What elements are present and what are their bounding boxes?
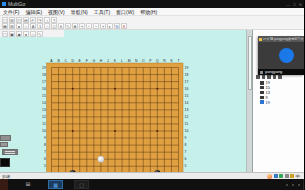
coord-number-right: 11: [185, 122, 189, 126]
coord-number-left: 10: [42, 129, 46, 133]
coord-number-left: 19: [42, 66, 46, 70]
half-stone-icon[interactable]: ◐: [107, 23, 113, 29]
coord-letter-top: G: [93, 59, 96, 63]
coord-letter-top: S: [170, 59, 173, 63]
menu-item-6[interactable]: 帮助(H): [137, 8, 160, 16]
coord-number-right: 13: [185, 108, 189, 112]
board-wood: [47, 63, 184, 172]
diamond2-icon[interactable]: ◇: [30, 31, 36, 37]
coord-number-right: 16: [185, 87, 189, 91]
tray-icon-grey[interactable]: [285, 174, 289, 178]
coord-number-left: 15: [42, 94, 46, 98]
coord-number-right: 14: [185, 101, 189, 105]
diamond-icon[interactable]: ◆: [16, 31, 22, 37]
cross-mark-icon[interactable]: ✕: [58, 23, 64, 29]
player-icon: [260, 71, 263, 74]
coord-number-right: 15: [185, 94, 189, 98]
floating-window-2[interactable]: [0, 142, 8, 147]
coord-number-right: 7: [185, 150, 187, 154]
star-point: [114, 130, 116, 132]
floating-window-4[interactable]: [0, 158, 10, 167]
board-area: AA1919BB1818CC1717DD1616EE1515FF1414GG13…: [0, 30, 246, 172]
coord-number-left: 18: [42, 73, 46, 77]
help-icon[interactable]: ?: [51, 17, 57, 23]
panel-icon[interactable]: ▢: [2, 31, 8, 37]
menu-item-1[interactable]: 编辑(E): [22, 8, 45, 16]
tree-item-icon: [260, 86, 264, 90]
label-a-icon[interactable]: A: [30, 23, 36, 29]
letter-n-icon[interactable]: N: [114, 23, 120, 29]
coord-letter-top: O: [142, 59, 145, 63]
floating-window-3[interactable]: [2, 149, 18, 155]
save-icon[interactable]: ◫: [16, 17, 22, 23]
coord-letter-top: P: [149, 59, 152, 63]
coord-letter-top: F: [86, 59, 88, 63]
window-controls: — □ ✕: [286, 2, 302, 7]
minimize-button[interactable]: —: [286, 2, 290, 7]
coord-number-right: 18: [185, 73, 189, 77]
square-mark-icon[interactable]: □: [51, 23, 57, 29]
coord-number-right: 17: [185, 80, 189, 84]
tree-tool-icon[interactable]: [262, 75, 266, 79]
invite-popup-body: [258, 42, 304, 69]
toolbar-side: ▢▣◆●◇✎: [0, 30, 64, 37]
coord-number-left: 11: [42, 122, 46, 126]
coord-letter-top: H: [100, 59, 103, 63]
star-point: [72, 88, 74, 90]
coord-letter-top: A: [50, 59, 53, 63]
tree-item-icon: [260, 91, 264, 95]
coord-number-left: 16: [42, 87, 46, 91]
menu-bar: 文件(F)编辑(E)视图(V)导航(N)工具(T)窗口(W)帮助(H): [0, 8, 304, 16]
app-icon: [2, 2, 6, 6]
updown-icon[interactable]: ↕: [44, 17, 50, 23]
menu-item-4[interactable]: 工具(T): [91, 8, 113, 16]
grid-icon[interactable]: ▧: [9, 23, 15, 29]
alert-icon: [259, 38, 262, 41]
tree-item-label: 19: [266, 100, 270, 105]
coord-number-right: 10: [185, 129, 189, 133]
coord-number-left: 6: [44, 157, 46, 161]
tree-item-4[interactable]: 19: [256, 100, 303, 105]
next-move-icon[interactable]: ›: [93, 23, 99, 29]
coord-number-right: 9: [185, 136, 187, 140]
tray-icon-yellow[interactable]: [290, 174, 294, 178]
add-icon[interactable]: ⊕: [72, 23, 78, 29]
go-board[interactable]: AA1919BB1818CC1717DD1616EE1515FF1414GG13…: [40, 58, 190, 172]
taskbar-tray: [286, 184, 300, 186]
coord-number-left: 8: [44, 143, 46, 147]
open-file-icon[interactable]: ▥: [9, 17, 15, 23]
game-tree: 191513919: [256, 75, 303, 104]
status-text: 就绪: [2, 174, 10, 179]
white-stone: [98, 156, 105, 163]
undo-icon[interactable]: ↶: [30, 17, 36, 23]
menu-item-3[interactable]: 导航(N): [68, 8, 91, 16]
taskbar-app[interactable]: ▢: [74, 180, 89, 189]
coord-letter-top: B: [57, 59, 60, 63]
status-bar: 就绪 中: [0, 172, 304, 179]
coord-letter-top: L: [121, 59, 123, 63]
label-1-icon[interactable]: 1: [37, 23, 43, 29]
tray-icon-blue[interactable]: [274, 174, 278, 178]
star-point: [114, 88, 116, 90]
panel2-icon[interactable]: ▣: [9, 31, 15, 37]
invite-popup: 好友TA yangyang邀请您下棋 yangyang: [258, 36, 304, 75]
coord-letter-top: C: [64, 59, 67, 63]
coord-letter-top: D: [71, 59, 74, 63]
coord-number-left: 14: [42, 101, 46, 105]
windows-taskbar: ⊞ ▦ ▢: [0, 179, 304, 190]
tree-item-icon: [260, 81, 264, 85]
ime-indicator[interactable]: 中: [296, 174, 301, 179]
coord-letter-top: R: [163, 59, 166, 63]
application-window: MultiGo — □ ✕ 文件(F)编辑(E)视图(V)导航(N)工具(T)窗…: [0, 0, 304, 190]
coord-letter-top: M: [128, 59, 131, 63]
tree-item-icon: [260, 96, 264, 100]
toolbar-main: ▢▥◫▤↶↷↕?: [0, 16, 304, 23]
tray-icon-green[interactable]: [279, 174, 283, 178]
coord-number-right: 19: [185, 66, 189, 70]
tree-toolbar: [256, 75, 303, 79]
tree-tool-icon[interactable]: [267, 75, 271, 79]
coord-number-left: 5: [44, 164, 46, 168]
new-file-icon[interactable]: ▢: [2, 17, 8, 23]
taskbar-app-active[interactable]: ▦: [48, 180, 63, 189]
start-button[interactable]: ⊞: [22, 179, 34, 190]
taskbar-corner-window: [0, 179, 8, 190]
maximize-button[interactable]: □: [293, 2, 295, 7]
star-point: [156, 130, 158, 132]
close-button[interactable]: ✕: [299, 2, 302, 7]
toolbar-edit: ▦▧●○A1△□✕✎⊕«‹›»◐NK: [0, 23, 304, 30]
player-name: yangyang: [265, 69, 282, 75]
menu-item-2[interactable]: 视图(V): [45, 8, 68, 16]
pencil-icon[interactable]: ✎: [65, 23, 71, 29]
menu-item-5[interactable]: 窗口(W): [113, 8, 137, 16]
coord-letter-top: K: [114, 59, 117, 63]
browser-tray-icon[interactable]: [267, 174, 272, 179]
coord-number-left: 7: [44, 150, 46, 154]
stone-icon[interactable]: ●: [23, 31, 29, 37]
invite-popup-footer: yangyang: [258, 69, 304, 75]
tree-tool-icon[interactable]: [278, 75, 282, 79]
first-move-icon[interactable]: «: [79, 23, 85, 29]
coord-number-left: 13: [42, 108, 46, 112]
coord-number-left: 12: [42, 115, 46, 119]
show-desktop-button[interactable]: [303, 179, 305, 190]
coord-letter-top: J: [107, 59, 109, 63]
tree-tool-icon[interactable]: [273, 75, 277, 79]
coord-number-right: 8: [185, 143, 187, 147]
player-avatar: [279, 48, 294, 63]
menu-item-0[interactable]: 文件(F): [0, 8, 22, 16]
coord-number-left: 17: [42, 80, 46, 84]
letter-k-icon[interactable]: K: [121, 23, 127, 29]
black-stone-icon[interactable]: ●: [16, 23, 22, 29]
board-icon[interactable]: ▦: [2, 23, 8, 29]
edit-icon[interactable]: ✎: [37, 31, 43, 37]
redo-icon[interactable]: ↷: [37, 17, 43, 23]
status-tray: 中: [267, 174, 302, 179]
coord-number-right: 12: [185, 115, 189, 119]
coord-number-right: 6: [185, 157, 187, 161]
white-stone-icon[interactable]: ○: [23, 23, 29, 29]
coord-letter-top: Q: [156, 59, 159, 63]
star-point: [72, 130, 74, 132]
coord-letter-top: N: [135, 59, 138, 63]
tree-tool-icon[interactable]: [256, 75, 260, 79]
print-icon[interactable]: ▤: [23, 17, 29, 23]
window-title: MultiGo: [8, 1, 25, 7]
triangle-mark-icon[interactable]: △: [44, 23, 50, 29]
coord-letter-top: T: [177, 59, 179, 63]
coord-number-right: 5: [185, 164, 187, 168]
tree-item-icon: [260, 100, 264, 104]
coord-number-left: 9: [44, 136, 46, 140]
last-move-icon[interactable]: »: [100, 23, 106, 29]
prev-move-icon[interactable]: ‹: [86, 23, 92, 29]
coord-letter-top: E: [79, 59, 82, 63]
floating-window-1[interactable]: [0, 135, 11, 141]
star-point: [156, 88, 158, 90]
